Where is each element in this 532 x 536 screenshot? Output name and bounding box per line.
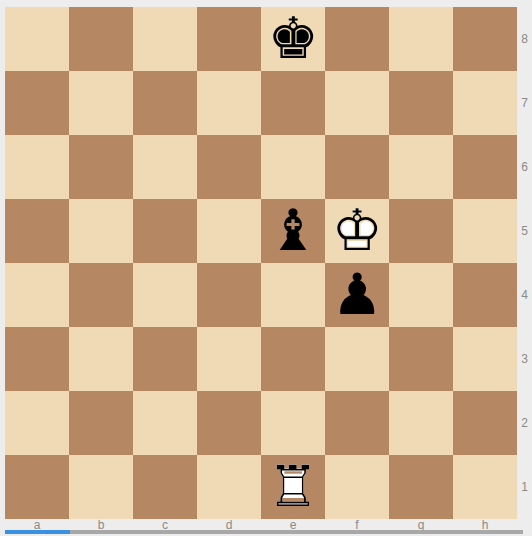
square-b8[interactable] [69, 7, 133, 71]
square-a2[interactable] [5, 391, 69, 455]
rank-label-5: 5 [517, 199, 532, 263]
horizontal-scrollbar-thumb[interactable] [5, 530, 70, 534]
square-d1[interactable] [197, 455, 261, 519]
black-bishop-e5[interactable]: ♝ [261, 199, 325, 263]
rank-label-4: 4 [517, 263, 532, 327]
rank-label-6: 6 [517, 135, 532, 199]
square-g4[interactable] [389, 263, 453, 327]
square-f8[interactable] [325, 7, 389, 71]
square-b6[interactable] [69, 135, 133, 199]
square-g5[interactable] [389, 199, 453, 263]
square-f1[interactable] [325, 455, 389, 519]
black-pawn-glyph: ♟ [325, 263, 389, 327]
white-rook-outline-glyph: ♖ [261, 455, 325, 519]
square-g6[interactable] [389, 135, 453, 199]
square-e4[interactable] [261, 263, 325, 327]
square-d2[interactable] [197, 391, 261, 455]
square-b7[interactable] [69, 71, 133, 135]
square-f4[interactable]: ♟ [325, 263, 389, 327]
square-b1[interactable] [69, 455, 133, 519]
square-d3[interactable] [197, 327, 261, 391]
square-e7[interactable] [261, 71, 325, 135]
chess-board: ♚♝♚♔♟♜♖ [5, 7, 517, 519]
square-a5[interactable] [5, 199, 69, 263]
black-bishop-glyph: ♝ [261, 199, 325, 263]
rank-label-3: 3 [517, 327, 532, 391]
square-c5[interactable] [133, 199, 197, 263]
square-a4[interactable] [5, 263, 69, 327]
square-e6[interactable] [261, 135, 325, 199]
square-h4[interactable] [453, 263, 517, 327]
square-c3[interactable] [133, 327, 197, 391]
square-d5[interactable] [197, 199, 261, 263]
square-h8[interactable] [453, 7, 517, 71]
rank-label-8: 8 [517, 7, 532, 71]
horizontal-scrollbar-track[interactable] [5, 530, 523, 534]
rank-label-1: 1 [517, 455, 532, 519]
square-b4[interactable] [69, 263, 133, 327]
square-a7[interactable] [5, 71, 69, 135]
square-h1[interactable] [453, 455, 517, 519]
square-a8[interactable] [5, 7, 69, 71]
square-h6[interactable] [453, 135, 517, 199]
square-c7[interactable] [133, 71, 197, 135]
square-a6[interactable] [5, 135, 69, 199]
square-g1[interactable] [389, 455, 453, 519]
square-h2[interactable] [453, 391, 517, 455]
square-g3[interactable] [389, 327, 453, 391]
square-c4[interactable] [133, 263, 197, 327]
black-king-e8[interactable]: ♚ [261, 7, 325, 71]
square-e2[interactable] [261, 391, 325, 455]
square-f2[interactable] [325, 391, 389, 455]
square-h7[interactable] [453, 71, 517, 135]
square-b2[interactable] [69, 391, 133, 455]
square-g2[interactable] [389, 391, 453, 455]
square-b5[interactable] [69, 199, 133, 263]
square-d4[interactable] [197, 263, 261, 327]
square-c8[interactable] [133, 7, 197, 71]
square-b3[interactable] [69, 327, 133, 391]
square-c2[interactable] [133, 391, 197, 455]
white-rook-e1[interactable]: ♜♖ [261, 455, 325, 519]
square-h5[interactable] [453, 199, 517, 263]
rank-labels-column: 87654321 [517, 7, 532, 519]
square-f6[interactable] [325, 135, 389, 199]
square-f3[interactable] [325, 327, 389, 391]
square-g8[interactable] [389, 7, 453, 71]
black-king-glyph: ♚ [261, 7, 325, 71]
square-e8[interactable]: ♚ [261, 7, 325, 71]
square-d6[interactable] [197, 135, 261, 199]
chess-board-area: ♚♝♚♔♟♜♖ [5, 7, 517, 519]
square-c1[interactable] [133, 455, 197, 519]
rank-label-2: 2 [517, 391, 532, 455]
square-a1[interactable] [5, 455, 69, 519]
square-f7[interactable] [325, 71, 389, 135]
square-h3[interactable] [453, 327, 517, 391]
white-king-outline-glyph: ♔ [325, 199, 389, 263]
square-e1[interactable]: ♜♖ [261, 455, 325, 519]
square-g7[interactable] [389, 71, 453, 135]
square-d8[interactable] [197, 7, 261, 71]
square-e5[interactable]: ♝ [261, 199, 325, 263]
white-king-f5[interactable]: ♚♔ [325, 199, 389, 263]
square-f5[interactable]: ♚♔ [325, 199, 389, 263]
square-c6[interactable] [133, 135, 197, 199]
square-d7[interactable] [197, 71, 261, 135]
square-e3[interactable] [261, 327, 325, 391]
rank-label-7: 7 [517, 71, 532, 135]
square-a3[interactable] [5, 327, 69, 391]
black-pawn-f4[interactable]: ♟ [325, 263, 389, 327]
